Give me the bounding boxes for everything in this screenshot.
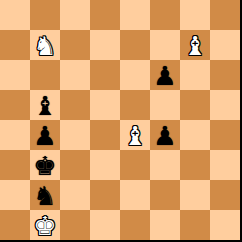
square-a7[interactable]: [0, 30, 30, 60]
square-f2[interactable]: [150, 180, 180, 210]
square-c3[interactable]: [60, 150, 90, 180]
square-b6[interactable]: [30, 60, 60, 90]
square-h1[interactable]: [210, 210, 240, 240]
square-c8[interactable]: [60, 0, 90, 30]
square-c2[interactable]: [60, 180, 90, 210]
square-g4[interactable]: [180, 120, 210, 150]
square-c1[interactable]: [60, 210, 90, 240]
black-pawn[interactable]: ♟: [153, 61, 176, 90]
square-g5[interactable]: [180, 90, 210, 120]
square-d4[interactable]: [90, 120, 120, 150]
square-h4[interactable]: [210, 120, 240, 150]
square-f6[interactable]: ♟: [150, 60, 180, 90]
square-f7[interactable]: [150, 30, 180, 60]
square-g2[interactable]: [180, 180, 210, 210]
square-a1[interactable]: [0, 210, 30, 240]
square-c5[interactable]: [60, 90, 90, 120]
white-knight[interactable]: ♞: [33, 31, 56, 60]
chess-board: ♞♝♟♝♟♝♟♚♞♚: [0, 0, 242, 242]
square-e8[interactable]: [120, 0, 150, 30]
square-f8[interactable]: [150, 0, 180, 30]
white-king[interactable]: ♚: [33, 211, 56, 240]
square-g3[interactable]: [180, 150, 210, 180]
square-g8[interactable]: [180, 0, 210, 30]
square-b8[interactable]: [30, 0, 60, 30]
square-h7[interactable]: [210, 30, 240, 60]
square-f3[interactable]: [150, 150, 180, 180]
square-d1[interactable]: [90, 210, 120, 240]
square-e4[interactable]: ♝: [120, 120, 150, 150]
white-bishop[interactable]: ♝: [123, 121, 146, 150]
square-g1[interactable]: [180, 210, 210, 240]
square-c6[interactable]: [60, 60, 90, 90]
square-a2[interactable]: [0, 180, 30, 210]
square-h5[interactable]: [210, 90, 240, 120]
square-h8[interactable]: [210, 0, 240, 30]
square-e7[interactable]: [120, 30, 150, 60]
square-d2[interactable]: [90, 180, 120, 210]
black-pawn[interactable]: ♟: [33, 121, 56, 150]
square-d8[interactable]: [90, 0, 120, 30]
square-a5[interactable]: [0, 90, 30, 120]
white-bishop[interactable]: ♝: [183, 31, 206, 60]
square-b4[interactable]: ♟: [30, 120, 60, 150]
square-g7[interactable]: ♝: [180, 30, 210, 60]
square-b1[interactable]: ♚: [30, 210, 60, 240]
square-e6[interactable]: [120, 60, 150, 90]
black-king[interactable]: ♚: [33, 151, 56, 180]
square-b2[interactable]: ♞: [30, 180, 60, 210]
square-b3[interactable]: ♚: [30, 150, 60, 180]
square-b7[interactable]: ♞: [30, 30, 60, 60]
square-e1[interactable]: [120, 210, 150, 240]
square-d5[interactable]: [90, 90, 120, 120]
square-b5[interactable]: ♝: [30, 90, 60, 120]
square-e3[interactable]: [120, 150, 150, 180]
square-d3[interactable]: [90, 150, 120, 180]
square-h3[interactable]: [210, 150, 240, 180]
square-c7[interactable]: [60, 30, 90, 60]
square-h2[interactable]: [210, 180, 240, 210]
black-bishop[interactable]: ♝: [33, 91, 56, 120]
square-e5[interactable]: [120, 90, 150, 120]
square-a4[interactable]: [0, 120, 30, 150]
square-d6[interactable]: [90, 60, 120, 90]
square-a8[interactable]: [0, 0, 30, 30]
square-e2[interactable]: [120, 180, 150, 210]
black-knight[interactable]: ♞: [33, 181, 56, 210]
square-h6[interactable]: [210, 60, 240, 90]
square-f4[interactable]: ♟: [150, 120, 180, 150]
square-d7[interactable]: [90, 30, 120, 60]
square-g6[interactable]: [180, 60, 210, 90]
square-a6[interactable]: [0, 60, 30, 90]
square-c4[interactable]: [60, 120, 90, 150]
square-f1[interactable]: [150, 210, 180, 240]
black-pawn[interactable]: ♟: [153, 121, 176, 150]
square-f5[interactable]: [150, 90, 180, 120]
square-a3[interactable]: [0, 150, 30, 180]
